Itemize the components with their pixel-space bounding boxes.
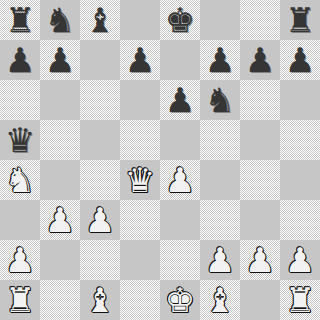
square-h1[interactable]: ♜ <box>280 280 320 320</box>
square-g1[interactable] <box>240 280 280 320</box>
piece-black-bishop[interactable]: ♝ <box>85 0 115 40</box>
piece-black-pawn[interactable]: ♟ <box>205 40 235 80</box>
square-h3[interactable] <box>280 200 320 240</box>
square-d1[interactable] <box>120 280 160 320</box>
square-e5[interactable] <box>160 120 200 160</box>
piece-white-pawn[interactable]: ♟ <box>5 240 35 280</box>
piece-black-pawn[interactable]: ♟ <box>245 40 275 80</box>
square-c6[interactable] <box>80 80 120 120</box>
piece-white-pawn[interactable]: ♟ <box>165 160 195 200</box>
square-f6[interactable]: ♞ <box>200 80 240 120</box>
square-f3[interactable] <box>200 200 240 240</box>
square-b6[interactable] <box>40 80 80 120</box>
piece-black-king[interactable]: ♚ <box>165 0 195 40</box>
square-e3[interactable] <box>160 200 200 240</box>
piece-white-pawn[interactable]: ♟ <box>285 240 315 280</box>
square-d2[interactable] <box>120 240 160 280</box>
square-a5[interactable]: ♛ <box>0 120 40 160</box>
square-c4[interactable] <box>80 160 120 200</box>
square-b1[interactable] <box>40 280 80 320</box>
piece-black-rook[interactable]: ♜ <box>285 0 315 40</box>
piece-black-pawn[interactable]: ♟ <box>165 80 195 120</box>
square-d3[interactable] <box>120 200 160 240</box>
piece-black-pawn[interactable]: ♟ <box>125 40 155 80</box>
piece-white-rook[interactable]: ♜ <box>285 280 315 320</box>
chess-board: ♜♞♝♚♜♟♟♟♟♟♟♟♞♛♞♛♟♟♟♟♟♟♟♜♝♚♝♜ <box>0 0 320 320</box>
square-h7[interactable]: ♟ <box>280 40 320 80</box>
square-f5[interactable] <box>200 120 240 160</box>
square-d8[interactable] <box>120 0 160 40</box>
square-c3[interactable]: ♟ <box>80 200 120 240</box>
square-g8[interactable] <box>240 0 280 40</box>
square-h8[interactable]: ♜ <box>280 0 320 40</box>
chess-board-window: ♜♞♝♚♜♟♟♟♟♟♟♟♞♛♞♛♟♟♟♟♟♟♟♜♝♚♝♜ <box>0 0 320 320</box>
square-g2[interactable]: ♟ <box>240 240 280 280</box>
square-a8[interactable]: ♜ <box>0 0 40 40</box>
piece-black-knight[interactable]: ♞ <box>205 80 235 120</box>
square-b4[interactable] <box>40 160 80 200</box>
square-d4[interactable]: ♛ <box>120 160 160 200</box>
piece-white-queen[interactable]: ♛ <box>125 160 155 200</box>
square-c8[interactable]: ♝ <box>80 0 120 40</box>
piece-white-knight[interactable]: ♞ <box>5 160 35 200</box>
square-f8[interactable] <box>200 0 240 40</box>
piece-white-pawn[interactable]: ♟ <box>245 240 275 280</box>
square-c7[interactable] <box>80 40 120 80</box>
piece-white-pawn[interactable]: ♟ <box>45 200 75 240</box>
piece-black-knight[interactable]: ♞ <box>45 0 75 40</box>
piece-black-rook[interactable]: ♜ <box>5 0 35 40</box>
square-b5[interactable] <box>40 120 80 160</box>
piece-black-pawn[interactable]: ♟ <box>285 40 315 80</box>
square-f2[interactable]: ♟ <box>200 240 240 280</box>
square-g4[interactable] <box>240 160 280 200</box>
square-e1[interactable]: ♚ <box>160 280 200 320</box>
square-a3[interactable] <box>0 200 40 240</box>
piece-white-king[interactable]: ♚ <box>165 280 195 320</box>
square-d5[interactable] <box>120 120 160 160</box>
square-a4[interactable]: ♞ <box>0 160 40 200</box>
square-h6[interactable] <box>280 80 320 120</box>
square-e2[interactable] <box>160 240 200 280</box>
square-b7[interactable]: ♟ <box>40 40 80 80</box>
piece-white-rook[interactable]: ♜ <box>5 280 35 320</box>
square-e8[interactable]: ♚ <box>160 0 200 40</box>
square-h4[interactable] <box>280 160 320 200</box>
piece-white-pawn[interactable]: ♟ <box>205 240 235 280</box>
piece-white-bishop[interactable]: ♝ <box>205 280 235 320</box>
square-b8[interactable]: ♞ <box>40 0 80 40</box>
square-e7[interactable] <box>160 40 200 80</box>
square-g6[interactable] <box>240 80 280 120</box>
square-d6[interactable] <box>120 80 160 120</box>
square-f1[interactable]: ♝ <box>200 280 240 320</box>
square-e4[interactable]: ♟ <box>160 160 200 200</box>
piece-white-bishop[interactable]: ♝ <box>85 280 115 320</box>
square-g3[interactable] <box>240 200 280 240</box>
piece-black-pawn[interactable]: ♟ <box>45 40 75 80</box>
piece-black-pawn[interactable]: ♟ <box>5 40 35 80</box>
square-f4[interactable] <box>200 160 240 200</box>
square-g7[interactable]: ♟ <box>240 40 280 80</box>
square-g5[interactable] <box>240 120 280 160</box>
square-d7[interactable]: ♟ <box>120 40 160 80</box>
square-f7[interactable]: ♟ <box>200 40 240 80</box>
square-a7[interactable]: ♟ <box>0 40 40 80</box>
piece-white-pawn[interactable]: ♟ <box>85 200 115 240</box>
square-a2[interactable]: ♟ <box>0 240 40 280</box>
square-e6[interactable]: ♟ <box>160 80 200 120</box>
square-b3[interactable]: ♟ <box>40 200 80 240</box>
square-c5[interactable] <box>80 120 120 160</box>
square-a1[interactable]: ♜ <box>0 280 40 320</box>
square-h2[interactable]: ♟ <box>280 240 320 280</box>
square-h5[interactable] <box>280 120 320 160</box>
square-c1[interactable]: ♝ <box>80 280 120 320</box>
square-b2[interactable] <box>40 240 80 280</box>
square-c2[interactable] <box>80 240 120 280</box>
piece-black-queen[interactable]: ♛ <box>5 120 35 160</box>
square-a6[interactable] <box>0 80 40 120</box>
